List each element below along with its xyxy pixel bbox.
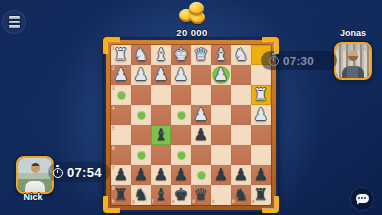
move-hint-dot (198, 172, 205, 179)
board-grid: 1♜♞♝♚♛♝♞2♟♟♟♟♟3♜4♟♟5♝♟67♟♟♟♟♟♟♟8h♜g♞f♝e♚… (111, 45, 271, 205)
square-h2[interactable]: 2♟ (111, 65, 131, 85)
square-f2[interactable]: ♟ (151, 65, 171, 85)
square-h4[interactable]: 4 (111, 105, 131, 125)
piece-white-pawn[interactable]: ♟ (251, 104, 271, 125)
move-hint-dot (138, 152, 145, 159)
move-hint-dot (178, 112, 185, 119)
chess-board: 1♜♞♝♚♛♝♞2♟♟♟♟♟3♜4♟♟5♝♟67♟♟♟♟♟♟♟8h♜g♞f♝e♚… (104, 38, 278, 212)
square-b5[interactable] (231, 125, 251, 145)
square-f4[interactable] (151, 105, 171, 125)
stopwatch-icon (269, 56, 279, 66)
opponent-name: Jonas (328, 28, 378, 38)
player-name: Nick (8, 192, 58, 202)
player-avatar-photo (18, 158, 52, 192)
hamburger-menu-icon (9, 16, 20, 19)
square-f8[interactable]: f♝ (151, 185, 171, 205)
piece-white-pawn[interactable]: ♟ (191, 104, 211, 125)
piece-black-queen[interactable]: ♛ (191, 184, 211, 205)
square-f3[interactable] (151, 85, 171, 105)
square-f1[interactable]: ♝ (151, 45, 171, 65)
rank-label: 4 (112, 106, 115, 111)
menu-button[interactable] (3, 11, 25, 33)
square-b1[interactable]: ♞ (231, 45, 251, 65)
square-c8[interactable]: c (211, 185, 231, 205)
piece-black-pawn[interactable]: ♟ (171, 164, 191, 185)
square-g7[interactable]: ♟ (131, 165, 151, 185)
move-hint-dot (118, 92, 125, 99)
square-f5[interactable]: ♝ (151, 125, 171, 145)
square-e3[interactable] (171, 85, 191, 105)
square-a4[interactable]: ♟ (251, 105, 271, 125)
square-b7[interactable]: ♟ (231, 165, 251, 185)
piece-white-pawn[interactable]: ♟ (111, 64, 131, 85)
square-f6[interactable] (151, 145, 171, 165)
square-b3[interactable] (231, 85, 251, 105)
piece-black-pawn[interactable]: ♟ (231, 164, 251, 185)
piece-black-pawn[interactable]: ♟ (151, 164, 171, 185)
board-corner-ornament (266, 200, 279, 213)
piece-white-knight[interactable]: ♞ (131, 45, 151, 65)
piece-black-king[interactable]: ♚ (171, 184, 191, 205)
square-a3[interactable]: ♜ (251, 85, 271, 105)
square-d8[interactable]: d♛ (191, 185, 211, 205)
piece-black-bishop[interactable]: ♝ (151, 184, 171, 205)
square-h6[interactable]: 6 (111, 145, 131, 165)
square-c5[interactable] (211, 125, 231, 145)
square-c4[interactable] (211, 105, 231, 125)
square-e4[interactable] (171, 105, 191, 125)
square-e2[interactable]: ♟ (171, 65, 191, 85)
stopwatch-icon (53, 168, 63, 178)
square-b6[interactable] (231, 145, 251, 165)
piece-white-rook[interactable]: ♜ (251, 84, 271, 105)
file-label: c (212, 199, 215, 204)
square-g5[interactable] (131, 125, 151, 145)
square-g4[interactable] (131, 105, 151, 125)
rank-label: 6 (112, 146, 115, 151)
square-e1[interactable]: ♚ (171, 45, 191, 65)
square-d2[interactable] (191, 65, 211, 85)
piece-white-knight[interactable]: ♞ (231, 45, 251, 65)
square-c6[interactable] (211, 145, 231, 165)
square-e7[interactable]: ♟ (171, 165, 191, 185)
square-d4[interactable]: ♟ (191, 105, 211, 125)
square-g8[interactable]: g♞ (131, 185, 151, 205)
chess-app-screen: 20 000 1♜♞♝♚♛♝♞2♟♟♟♟♟3♜4♟♟5♝♟67♟♟♟♟♟♟♟8h… (0, 0, 382, 215)
square-a7[interactable]: ♟ (251, 165, 271, 185)
rank-label: 5 (112, 126, 115, 131)
piece-white-bishop[interactable]: ♝ (211, 45, 231, 65)
move-hint-dot (178, 152, 185, 159)
piece-black-pawn[interactable]: ♟ (191, 124, 211, 145)
square-g2[interactable]: ♟ (131, 65, 151, 85)
square-e5[interactable] (171, 125, 191, 145)
square-d7[interactable] (191, 165, 211, 185)
square-c1[interactable]: ♝ (211, 45, 231, 65)
piece-black-knight[interactable]: ♞ (231, 184, 251, 205)
square-b8[interactable]: b♞ (231, 185, 251, 205)
square-a6[interactable] (251, 145, 271, 165)
piece-black-pawn[interactable]: ♟ (251, 164, 271, 185)
square-c7[interactable]: ♟ (211, 165, 231, 185)
square-c3[interactable] (211, 85, 231, 105)
player-timer: 07:54 (48, 162, 110, 182)
chat-button[interactable] (351, 188, 373, 210)
square-b2[interactable] (231, 65, 251, 85)
piece-black-pawn[interactable]: ♟ (131, 164, 151, 185)
square-d3[interactable] (191, 85, 211, 105)
board-corner-ornament (266, 37, 279, 50)
opponent-avatar[interactable] (334, 42, 372, 80)
piece-white-pawn[interactable]: ♟ (171, 64, 191, 85)
square-g3[interactable] (131, 85, 151, 105)
board-corner-ornament (103, 37, 116, 50)
square-d1[interactable]: ♛ (191, 45, 211, 65)
opponent-time: 07:30 (283, 55, 314, 67)
square-c2[interactable]: ♟ (211, 65, 231, 85)
piece-white-king[interactable]: ♚ (171, 45, 191, 65)
piece-white-queen[interactable]: ♛ (191, 45, 211, 65)
piece-white-pawn[interactable]: ♟ (131, 64, 151, 85)
player-time: 07:54 (67, 165, 102, 180)
piece-white-bishop[interactable]: ♝ (151, 45, 171, 65)
square-h7[interactable]: 7♟ (111, 165, 131, 185)
square-b4[interactable] (231, 105, 251, 125)
coin-amount: 20 000 (160, 27, 224, 38)
square-h3[interactable]: 3 (111, 85, 131, 105)
square-g6[interactable] (131, 145, 151, 165)
piece-black-bishop[interactable]: ♝ (151, 124, 171, 145)
square-h5[interactable]: 5 (111, 125, 131, 145)
piece-black-knight[interactable]: ♞ (131, 184, 151, 205)
coin-balance[interactable]: 20 000 (160, 2, 224, 38)
square-a5[interactable] (251, 125, 271, 145)
piece-black-pawn[interactable]: ♟ (111, 164, 131, 185)
square-e6[interactable] (171, 145, 191, 165)
square-d6[interactable] (191, 145, 211, 165)
board-corner-ornament (103, 200, 116, 213)
square-g1[interactable]: ♞ (131, 45, 151, 65)
rank-label: 3 (112, 86, 115, 91)
square-f7[interactable]: ♟ (151, 165, 171, 185)
piece-black-pawn[interactable]: ♟ (211, 164, 231, 185)
gold-coins-icon (175, 2, 209, 25)
opponent-avatar-photo (336, 44, 370, 78)
piece-white-pawn[interactable]: ♟ (211, 64, 231, 85)
move-hint-dot (138, 112, 145, 119)
piece-white-pawn[interactable]: ♟ (151, 64, 171, 85)
square-e8[interactable]: e♚ (171, 185, 191, 205)
chat-bubble-icon (356, 194, 369, 203)
square-d5[interactable]: ♟ (191, 125, 211, 145)
